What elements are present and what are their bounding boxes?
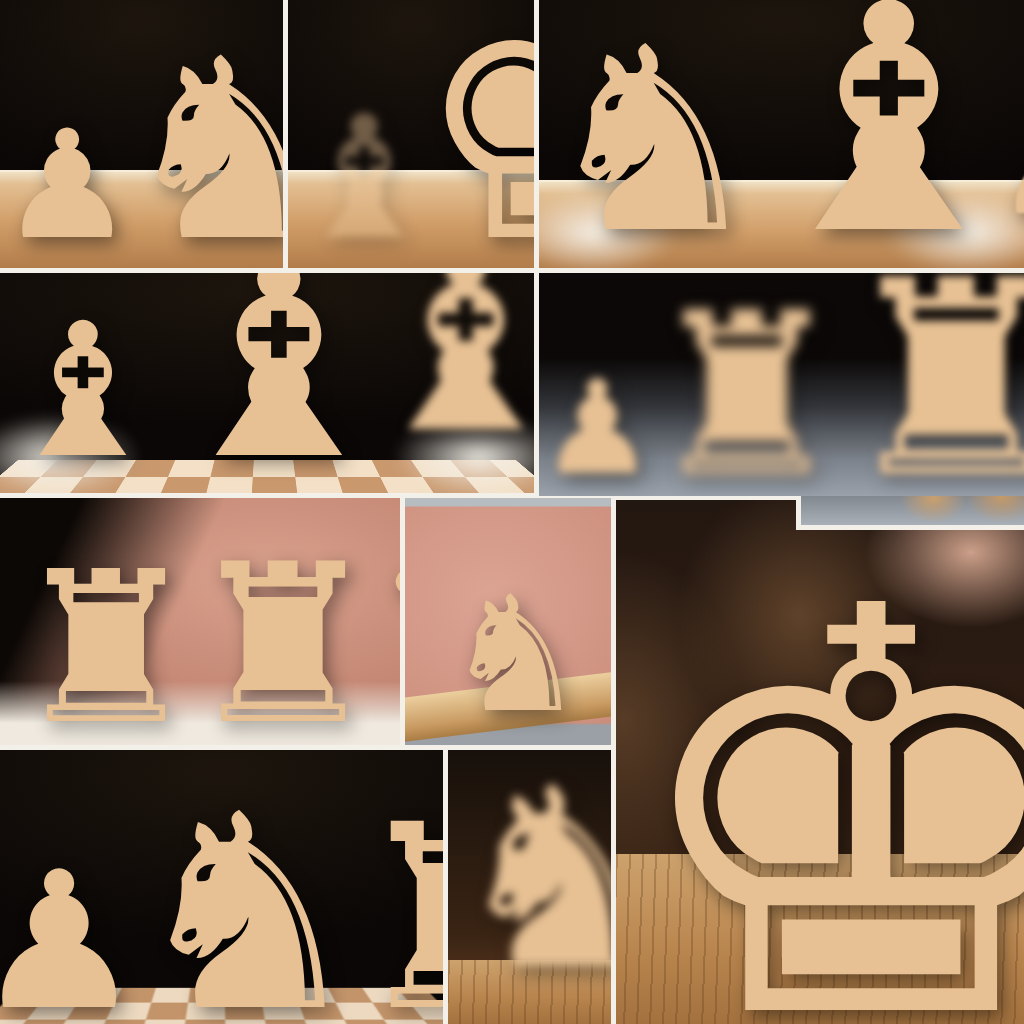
white-cloth [0,415,140,493]
panel-top-king-knight: ♝♚♞ [288,0,534,268]
wooden-board [0,170,283,268]
panel-hand-with-knight: ♞ [405,498,611,745]
chess-piece-collage: ♟♞♚ ♝♚♞ ♞♝♟♛♞ ♝♝♝♟♚♞ ♟♜♜♜♟ ♜♜♛♜ ♞ ♚♝♞ ♟♞… [0,0,1024,1024]
panel-large-king-knight-closeup: ♚♝♞ [616,500,1024,1024]
panel-top-right-lineup: ♞♝♟♛♞ [539,0,1024,268]
oak-table [616,854,1024,1024]
panel-bottom-left-lineup: ♟♞♜♚♛♝ [0,750,443,1024]
panel-bottom-center-cluster: ♞♜♞ [448,750,611,1024]
wood-table [448,960,611,1024]
panel-middle-right-extension [796,496,1024,530]
chessboard [0,988,443,1024]
wooden-board [288,170,534,268]
white-cloth [539,190,679,268]
panel-hand-with-rooks: ♜♜♛♜ [0,498,400,745]
piece-row: ♞ [405,655,611,705]
piece-row: ♟♞♜♚♛♝ [0,888,443,1002]
panel-middle-left-board: ♝♝♝♟♚♞ [0,273,534,493]
white-cloth [394,415,534,493]
piece-row: ♟♜♜♜♟ [539,376,1024,468]
piece-row: ♜♜♛♜ [0,633,400,716]
panel-top-left-board: ♟♞♚ [0,0,283,268]
white-cloth [884,190,1024,268]
panel-middle-right-blurred-rooks: ♟♜♜♜♟ [539,273,1024,496]
